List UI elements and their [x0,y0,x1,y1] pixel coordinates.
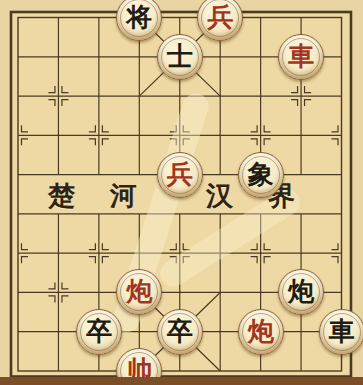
piece-red-chariot[interactable]: 車 [278,34,324,80]
piece-red-cannon-1[interactable]: 炮 [116,269,162,315]
xiangqi-board-screen: 楚河 汉界 将兵士車兵象炮炮卒卒炮車帅 [0,0,363,385]
piece-black-soldier-1[interactable]: 卒 [76,309,122,355]
piece-red-cannon-2[interactable]: 炮 [238,309,284,355]
piece-red-soldier-2[interactable]: 兵 [157,152,203,198]
piece-black-chariot[interactable]: 車 [319,309,363,355]
bottom-edge-strip [0,377,363,385]
piece-black-advisor[interactable]: 士 [157,34,203,80]
piece-black-cannon[interactable]: 炮 [278,269,324,315]
piece-red-soldier-1[interactable]: 兵 [197,0,243,41]
piece-black-general[interactable]: 将 [116,0,162,41]
piece-black-elephant[interactable]: 象 [238,152,284,198]
piece-black-soldier-2[interactable]: 卒 [157,309,203,355]
pieces-layer: 将兵士車兵象炮炮卒卒炮車帅 [0,0,363,385]
